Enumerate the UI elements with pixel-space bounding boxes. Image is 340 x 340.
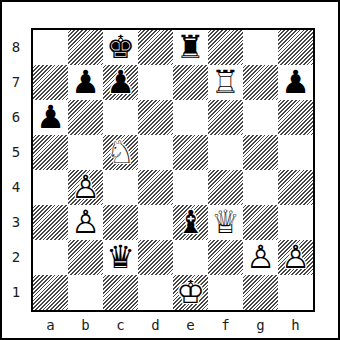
piece-black-p-c7: ♟ (103, 65, 138, 100)
square-a2[interactable] (33, 240, 68, 275)
square-b5[interactable] (68, 135, 103, 170)
square-d3[interactable] (138, 205, 173, 240)
square-g1[interactable] (243, 275, 278, 310)
piece-white-P-h2: ♙ (278, 240, 313, 275)
piece-black-p-h7: ♟ (278, 65, 313, 100)
square-f2[interactable] (208, 240, 243, 275)
square-h5[interactable] (278, 135, 313, 170)
square-b2[interactable] (68, 240, 103, 275)
piece-white-R-f7: ♖ (208, 65, 243, 100)
square-g2[interactable]: ♟♙ (243, 240, 278, 275)
piece-black-r-e8: ♜ (173, 30, 208, 65)
square-e6[interactable] (173, 100, 208, 135)
square-b4[interactable]: ♟♙ (68, 170, 103, 205)
piece-black-k-c8: ♚ (103, 30, 138, 65)
square-b6[interactable] (68, 100, 103, 135)
square-e4[interactable] (173, 170, 208, 205)
square-a1[interactable] (33, 275, 68, 310)
square-g4[interactable] (243, 170, 278, 205)
square-f7[interactable]: ♜♖ (208, 65, 243, 100)
piece-white-Q-f3: ♕ (208, 205, 243, 240)
chess-board: ♚♜♟♟♜♖♟♟♞♘♟♙♟♙♝♛♕♛♟♙♟♙♚♔ (31, 28, 315, 312)
square-a7[interactable] (33, 65, 68, 100)
square-a3[interactable] (33, 205, 68, 240)
square-h7[interactable]: ♟ (278, 65, 313, 100)
square-d7[interactable] (138, 65, 173, 100)
file-label-b: b (68, 310, 103, 338)
rank-label-4: 4 (4, 170, 28, 205)
piece-white-P-b3: ♙ (68, 205, 103, 240)
square-f4[interactable] (208, 170, 243, 205)
rank-label-7: 7 (4, 65, 28, 100)
square-e7[interactable] (173, 65, 208, 100)
white-piece-fill: ♟ (68, 205, 103, 240)
file-labels: abcdefgh (33, 310, 313, 338)
white-piece-fill: ♟ (243, 240, 278, 275)
piece-white-N-c5: ♘ (103, 135, 138, 170)
square-b1[interactable] (68, 275, 103, 310)
piece-white-K-e1: ♔ (173, 275, 208, 310)
piece-black-q-c2: ♛ (103, 240, 138, 275)
white-piece-fill: ♛ (208, 205, 243, 240)
square-f5[interactable] (208, 135, 243, 170)
square-g5[interactable] (243, 135, 278, 170)
white-piece-fill: ♟ (68, 170, 103, 205)
chess-diagram: 87654321 ♚♜♟♟♜♖♟♟♞♘♟♙♟♙♝♛♕♛♟♙♟♙♚♔ abcdef… (0, 0, 340, 340)
square-e2[interactable] (173, 240, 208, 275)
square-h8[interactable] (278, 30, 313, 65)
square-h3[interactable] (278, 205, 313, 240)
square-g7[interactable] (243, 65, 278, 100)
square-d8[interactable] (138, 30, 173, 65)
square-b3[interactable]: ♟♙ (68, 205, 103, 240)
square-c4[interactable] (103, 170, 138, 205)
rank-label-3: 3 (4, 205, 28, 240)
file-label-f: f (208, 310, 243, 338)
rank-label-1: 1 (4, 275, 28, 310)
square-b8[interactable] (68, 30, 103, 65)
square-d4[interactable] (138, 170, 173, 205)
piece-black-p-b7: ♟ (68, 65, 103, 100)
square-a6[interactable]: ♟ (33, 100, 68, 135)
square-d1[interactable] (138, 275, 173, 310)
square-g6[interactable] (243, 100, 278, 135)
square-c1[interactable] (103, 275, 138, 310)
square-d6[interactable] (138, 100, 173, 135)
square-f8[interactable] (208, 30, 243, 65)
square-c7[interactable]: ♟ (103, 65, 138, 100)
white-piece-fill: ♚ (173, 275, 208, 310)
file-label-g: g (243, 310, 278, 338)
square-d2[interactable] (138, 240, 173, 275)
square-c6[interactable] (103, 100, 138, 135)
square-a5[interactable] (33, 135, 68, 170)
square-d5[interactable] (138, 135, 173, 170)
piece-white-P-g2: ♙ (243, 240, 278, 275)
square-f3[interactable]: ♛♕ (208, 205, 243, 240)
square-e5[interactable] (173, 135, 208, 170)
square-a8[interactable] (33, 30, 68, 65)
square-g8[interactable] (243, 30, 278, 65)
square-f6[interactable] (208, 100, 243, 135)
square-b7[interactable]: ♟ (68, 65, 103, 100)
white-piece-fill: ♜ (208, 65, 243, 100)
square-g3[interactable] (243, 205, 278, 240)
rank-label-8: 8 (4, 30, 28, 65)
square-c3[interactable] (103, 205, 138, 240)
square-f1[interactable] (208, 275, 243, 310)
square-c8[interactable]: ♚ (103, 30, 138, 65)
square-h6[interactable] (278, 100, 313, 135)
piece-black-b-e3: ♝ (173, 205, 208, 240)
file-label-e: e (173, 310, 208, 338)
file-label-h: h (278, 310, 313, 338)
rank-label-6: 6 (4, 100, 28, 135)
rank-label-2: 2 (4, 240, 28, 275)
file-label-a: a (33, 310, 68, 338)
white-piece-fill: ♞ (103, 135, 138, 170)
white-piece-fill: ♟ (278, 240, 313, 275)
piece-black-p-a6: ♟ (33, 100, 68, 135)
square-h4[interactable] (278, 170, 313, 205)
square-c5[interactable]: ♞♘ (103, 135, 138, 170)
square-h2[interactable]: ♟♙ (278, 240, 313, 275)
square-e1[interactable]: ♚♔ (173, 275, 208, 310)
square-e3[interactable]: ♝ (173, 205, 208, 240)
rank-labels: 87654321 (4, 30, 28, 310)
file-label-d: d (138, 310, 173, 338)
square-c2[interactable]: ♛ (103, 240, 138, 275)
square-a4[interactable] (33, 170, 68, 205)
square-h1[interactable] (278, 275, 313, 310)
square-e8[interactable]: ♜ (173, 30, 208, 65)
rank-label-5: 5 (4, 135, 28, 170)
piece-white-P-b4: ♙ (68, 170, 103, 205)
file-label-c: c (103, 310, 138, 338)
